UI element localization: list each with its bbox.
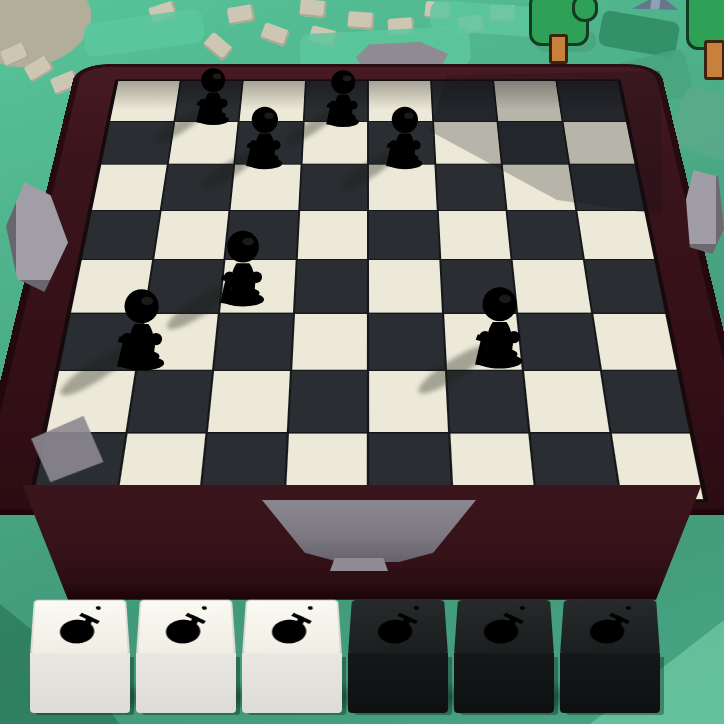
- square-d5[interactable]: [297, 211, 367, 259]
- square-h2[interactable]: [602, 371, 690, 432]
- square-c3[interactable]: [214, 313, 292, 369]
- tile-front: [136, 653, 236, 713]
- tile-top: [30, 600, 130, 655]
- square-d4[interactable]: [295, 260, 367, 312]
- white-pawn-c3[interactable]: [208, 225, 278, 309]
- tile-front: [30, 653, 130, 713]
- tile-front: [348, 653, 448, 713]
- black-pawn-tile: [454, 577, 554, 719]
- square-h5[interactable]: [577, 211, 654, 259]
- pawn-dagger-icon: [575, 601, 647, 654]
- tile-front: [242, 653, 342, 713]
- square-e5[interactable]: [369, 211, 439, 259]
- square-h4[interactable]: [584, 260, 664, 312]
- park-scene: [0, 0, 724, 724]
- black-pawn-b7[interactable]: [187, 64, 240, 127]
- pawn-dagger-icon: [469, 601, 541, 654]
- square-e2[interactable]: [369, 371, 447, 432]
- tile-front: [454, 653, 554, 713]
- square-h3[interactable]: [593, 313, 677, 369]
- tile-top: [136, 600, 236, 655]
- square-e4[interactable]: [369, 260, 441, 312]
- pawn-dagger-icon: [45, 601, 117, 654]
- square-a2[interactable]: [47, 371, 135, 432]
- pawn-dagger-icon: [363, 601, 435, 654]
- white-pawn-tile: [30, 577, 130, 719]
- rock: [686, 170, 724, 254]
- square-a5[interactable]: [82, 211, 159, 259]
- square-d6[interactable]: [300, 165, 367, 210]
- tile-top: [454, 600, 554, 655]
- black-pawn-e6[interactable]: [376, 102, 434, 171]
- square-f6[interactable]: [436, 165, 506, 210]
- black-pawn-tile: [560, 577, 660, 719]
- square-f5[interactable]: [438, 211, 510, 259]
- tile-top: [560, 600, 660, 655]
- square-b2[interactable]: [127, 371, 212, 432]
- square-a7[interactable]: [101, 121, 173, 163]
- board-handle-lip: [330, 558, 388, 571]
- tile-front: [560, 653, 660, 713]
- tile-top: [348, 600, 448, 655]
- square-c2[interactable]: [208, 371, 290, 432]
- square-g5[interactable]: [508, 211, 583, 259]
- black-pawn-d7[interactable]: [317, 66, 370, 129]
- white-pawn-tile: [242, 577, 342, 719]
- white-pawn-f2[interactable]: [462, 281, 537, 371]
- square-a8[interactable]: [110, 81, 179, 120]
- square-b7[interactable]: [168, 121, 237, 163]
- path-stone: [0, 41, 30, 67]
- tree-trunk: [704, 40, 724, 80]
- square-g2[interactable]: [524, 371, 609, 432]
- square-a6[interactable]: [92, 165, 166, 210]
- square-b6[interactable]: [161, 165, 233, 210]
- white-pawn-b2[interactable]: [104, 283, 179, 373]
- tile-top: [242, 600, 342, 655]
- pawn-dagger-icon: [151, 601, 223, 654]
- black-pawn-tile: [348, 577, 448, 719]
- square-e3[interactable]: [369, 313, 444, 369]
- square-f2[interactable]: [447, 371, 529, 432]
- capture-tray: [30, 577, 698, 723]
- square-d2[interactable]: [289, 371, 367, 432]
- square-d3[interactable]: [292, 313, 367, 369]
- white-pawn-tile: [136, 577, 236, 719]
- black-pawn-c6[interactable]: [236, 102, 294, 171]
- pawn-dagger-icon: [257, 601, 329, 654]
